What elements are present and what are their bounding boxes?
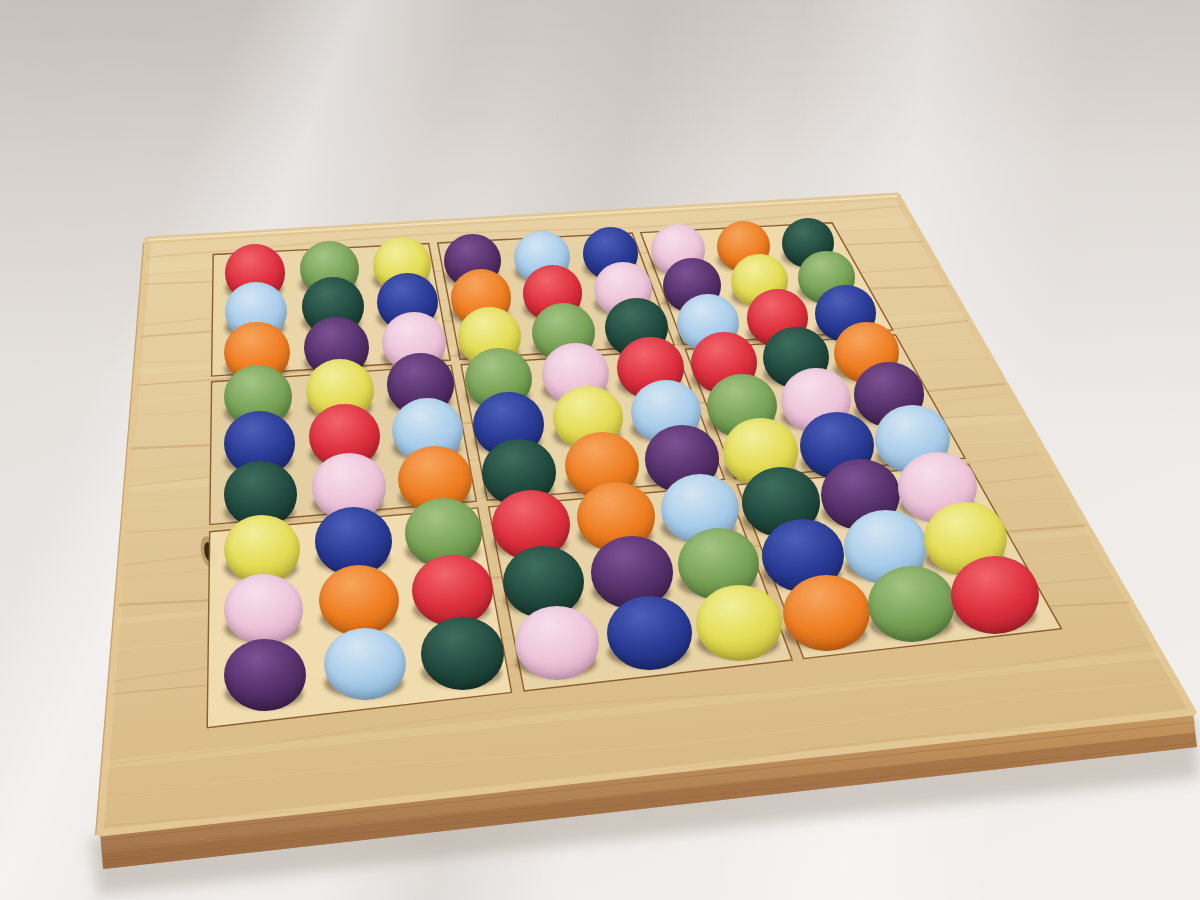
ball-green[interactable] — [868, 566, 955, 643]
cell-r1c1[interactable] — [217, 221, 311, 267]
ball-red[interactable] — [951, 556, 1039, 633]
cell-r9c7[interactable] — [780, 585, 874, 631]
cell-r5c9[interactable] — [968, 403, 1062, 449]
cell-r1c8[interactable] — [874, 221, 968, 267]
cell-r3c9[interactable] — [968, 312, 1062, 358]
cell-r1c9[interactable] — [968, 221, 1062, 267]
ball-orange[interactable] — [783, 575, 870, 651]
ball-navy[interactable] — [607, 596, 692, 671]
ball-red[interactable] — [412, 555, 492, 627]
ball-orange[interactable] — [319, 565, 399, 636]
ball-pink[interactable] — [515, 606, 599, 680]
ball-darkgreen[interactable] — [421, 617, 505, 691]
ball-yellow[interactable] — [696, 585, 782, 661]
scene — [0, 0, 1200, 900]
sudoku-grid — [217, 221, 1062, 631]
cell-r4c9[interactable] — [968, 358, 1062, 404]
ball-pink[interactable] — [224, 574, 303, 645]
ball-purple[interactable] — [224, 639, 306, 711]
cell-r2c8[interactable] — [874, 267, 968, 313]
cell-r2c9[interactable] — [968, 267, 1062, 313]
cell-r9c9[interactable] — [968, 585, 1062, 631]
cell-r6c9[interactable] — [968, 449, 1062, 495]
cell-r5c2[interactable] — [311, 403, 405, 449]
cell-r8c5[interactable] — [593, 540, 687, 586]
